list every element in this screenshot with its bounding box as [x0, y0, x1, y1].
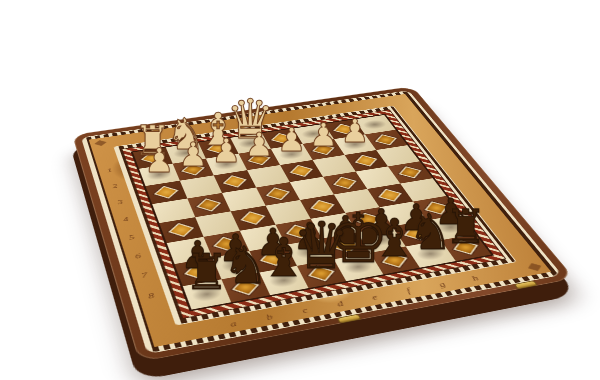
piece-shadow — [181, 263, 215, 280]
square-c5[interactable] — [231, 206, 276, 231]
piece-shadow — [212, 158, 242, 171]
square-a5[interactable] — [159, 217, 203, 243]
rank-label-7: 7 — [133, 264, 157, 287]
board-scene: abcdefgh 12345678 — [0, 0, 600, 380]
piece-shadow — [371, 134, 401, 146]
square-b7[interactable] — [212, 251, 259, 279]
piece-shadow — [266, 271, 301, 289]
piece-shadow — [399, 225, 433, 241]
square-d5[interactable] — [266, 200, 311, 225]
square-c7[interactable] — [249, 245, 297, 273]
piece-shadow — [330, 123, 359, 135]
file-label-g: g — [422, 276, 462, 292]
product-photo-stage: abcdefgh 12345678 ♜♞♝♛♚♝♞♜♟♟♟♟♟♟♟♟♟♟♟♟♟♟… — [0, 0, 600, 380]
piece-shadow — [309, 143, 339, 156]
piece-shadow — [228, 278, 263, 296]
square-g7[interactable] — [392, 220, 441, 246]
piece-shadow — [413, 245, 448, 262]
piece-shadow — [256, 250, 290, 267]
piece-shadow — [329, 238, 363, 254]
piece-shadow — [244, 153, 274, 166]
square-h6[interactable] — [413, 196, 460, 220]
file-label-d: d — [320, 295, 361, 312]
piece-shadow — [189, 285, 224, 303]
piece-shadow — [219, 256, 253, 273]
file-label-f: f — [388, 283, 428, 299]
square-a4[interactable] — [152, 198, 195, 223]
piece-shadow — [340, 138, 370, 150]
square-a7[interactable] — [175, 258, 222, 287]
square-b5[interactable] — [195, 211, 240, 236]
piece-shadow — [293, 244, 327, 261]
square-h8[interactable] — [441, 234, 491, 261]
piece-shadow — [364, 231, 398, 247]
square-d8[interactable] — [297, 259, 346, 288]
rank-label-4: 4 — [115, 209, 137, 229]
file-label-a: a — [213, 315, 254, 333]
piece-shadow — [341, 258, 376, 275]
piece-shadow — [171, 147, 200, 160]
dot-ribbon-outer: abcdefgh 12345678 — [81, 90, 562, 354]
piece-shadow — [377, 252, 412, 269]
square-f8[interactable] — [370, 246, 420, 274]
square-d7[interactable] — [286, 239, 334, 266]
piece-shadow — [178, 163, 208, 176]
piece-shadow — [204, 142, 233, 155]
square-e6[interactable] — [311, 213, 358, 239]
rank-label-8: 8 — [139, 284, 163, 308]
file-label-b: b — [249, 308, 290, 326]
file-label-e: e — [354, 289, 394, 306]
piece-shadow — [448, 239, 483, 255]
file-label-h: h — [455, 270, 495, 286]
piece-shadow — [299, 128, 328, 140]
piece-shadow — [434, 219, 468, 235]
square-b8[interactable] — [221, 273, 270, 303]
rank-label-5: 5 — [121, 227, 143, 248]
rank-label-6: 6 — [126, 245, 149, 267]
chess-board: abcdefgh 12345678 — [72, 86, 575, 362]
square-e7[interactable] — [322, 232, 370, 259]
square-g8[interactable] — [406, 240, 456, 267]
walnut-slab: abcdefgh 12345678 — [72, 86, 575, 362]
square-b6[interactable] — [204, 231, 250, 258]
board-grid — [131, 114, 495, 312]
square-c6[interactable] — [240, 225, 286, 251]
square-a6[interactable] — [167, 237, 213, 264]
square-e8[interactable] — [334, 253, 384, 281]
piece-shadow — [268, 132, 297, 144]
square-f6[interactable] — [345, 207, 392, 232]
piece-shadow — [236, 137, 265, 149]
piece-shadow — [277, 148, 307, 161]
piece-shadow — [304, 265, 339, 282]
file-label-c: c — [285, 302, 326, 319]
piece-shadow — [360, 119, 389, 131]
square-g6[interactable] — [379, 202, 426, 227]
square-a8[interactable] — [183, 279, 231, 309]
square-f7[interactable] — [357, 226, 405, 252]
piece-shadow — [138, 151, 167, 164]
rope-inlay-border — [121, 109, 506, 318]
square-d6[interactable] — [276, 219, 322, 245]
piece-shadow — [144, 168, 174, 182]
square-c8[interactable] — [260, 266, 309, 295]
dot-ribbon-inner — [113, 106, 516, 326]
rank-label-3: 3 — [110, 193, 131, 212]
square-h7[interactable] — [427, 215, 476, 241]
